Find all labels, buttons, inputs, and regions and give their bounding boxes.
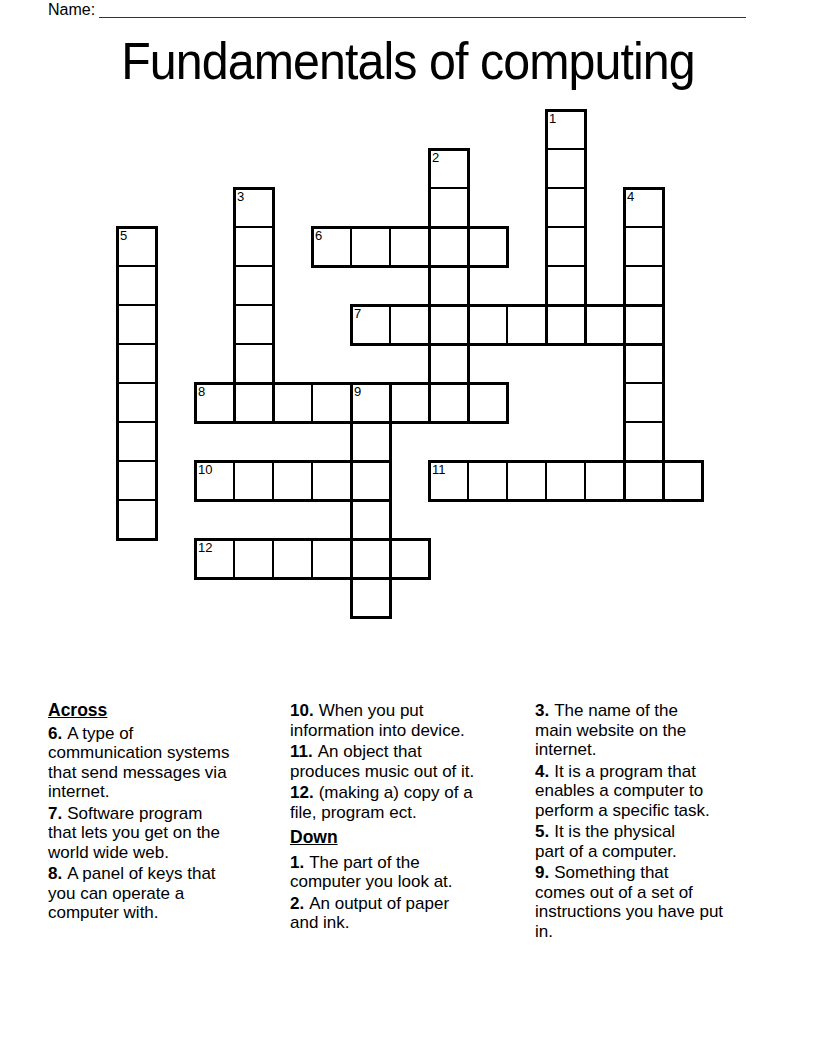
clue-text: An object that produces music out of it. xyxy=(290,742,474,781)
clue-number: 6. xyxy=(48,724,62,743)
down-heading: Down xyxy=(290,828,534,848)
clue-column-middle: 10.When you put information into device.… xyxy=(290,701,534,935)
word-6-across[interactable] xyxy=(312,227,507,266)
clue-text: The part of the computer you look at. xyxy=(290,853,453,892)
word-10-across[interactable] xyxy=(195,461,390,500)
word-2-down[interactable] xyxy=(429,149,468,422)
clue-text: A panel of keys that you can operate a c… xyxy=(48,864,216,922)
clue-number: 11. xyxy=(290,742,313,761)
word-11-across[interactable] xyxy=(429,461,702,500)
clue-text: A type of communication systems that sen… xyxy=(48,724,229,802)
clue-number: 1. xyxy=(290,853,304,872)
clue-text: An output of paper and ink. xyxy=(290,894,449,933)
clue-text: It is a program that enables a computer … xyxy=(535,762,710,820)
name-label: Name: xyxy=(48,1,95,19)
clue-number: 12. xyxy=(290,783,314,802)
clue-column-left: Across 6.A type of communication systems… xyxy=(48,701,292,925)
crossword-grid[interactable]: 123456789101112 xyxy=(117,110,702,617)
word-5-down[interactable] xyxy=(117,227,156,539)
clue-number: 3. xyxy=(535,701,549,720)
worksheet-page: Name: Fundamentals of computing 12345678… xyxy=(0,0,816,1056)
word-4-down[interactable] xyxy=(624,188,663,500)
clue-down-5: 5.It is the physical part of a computer. xyxy=(535,822,779,861)
word-9-down[interactable] xyxy=(351,383,390,617)
across-heading: Across xyxy=(48,701,292,721)
name-blank-line[interactable] xyxy=(99,17,746,18)
page-title: Fundamentals of computing xyxy=(29,31,788,91)
clue-across-6: 6.A type of communication systems that s… xyxy=(48,724,292,802)
clue-column-right: 3.The name of the main website on the in… xyxy=(535,701,779,943)
clue-text: (making a) copy of a file, program ect. xyxy=(290,783,473,822)
clue-number: 2. xyxy=(290,894,304,913)
clue-across-7: 7.Software program that lets you get on … xyxy=(48,804,292,863)
clue-text: When you put information into device. xyxy=(290,701,465,740)
clue-across-10: 10.When you put information into device. xyxy=(290,701,534,740)
clue-down-9: 9.Something that comes out of a set of i… xyxy=(535,863,779,941)
clue-number: 10. xyxy=(290,701,314,720)
clue-down-3: 3.The name of the main website on the in… xyxy=(535,701,779,760)
clue-text: Something that comes out of a set of ins… xyxy=(535,863,723,941)
word-12-across[interactable] xyxy=(195,539,429,578)
clue-down-4: 4.It is a program that enables a compute… xyxy=(535,762,779,821)
clue-across-12: 12.(making a) copy of a file, program ec… xyxy=(290,783,534,822)
clue-number: 7. xyxy=(48,804,62,823)
word-7-across[interactable] xyxy=(351,305,663,344)
clue-down-2: 2.An output of paper and ink. xyxy=(290,894,534,933)
clue-text: The name of the main website on the inte… xyxy=(535,701,686,759)
clue-across-8: 8.A panel of keys that you can operate a… xyxy=(48,864,292,923)
clue-number: 9. xyxy=(535,863,549,882)
clue-number: 4. xyxy=(535,762,549,781)
clue-text: Software program that lets you get on th… xyxy=(48,804,220,862)
clue-across-11: 11.An object that produces music out of … xyxy=(290,742,534,781)
clue-number: 8. xyxy=(48,864,62,883)
clue-down-1: 1.The part of the computer you look at. xyxy=(290,853,534,892)
clue-text: It is the physical part of a computer. xyxy=(535,822,677,861)
clue-number: 5. xyxy=(535,822,549,841)
